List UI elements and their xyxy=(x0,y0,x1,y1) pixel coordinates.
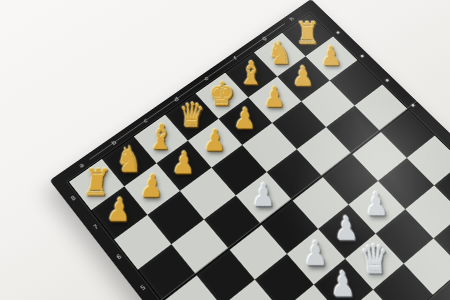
piece-gold-pawn[interactable]: ♟ xyxy=(139,171,165,202)
frame-rivet xyxy=(385,79,389,82)
piece-gold-rook[interactable]: ♜ xyxy=(295,18,321,48)
photo-stage: ♜♞♝♛♚♝♞♜♟♟♟♟♟♟♟♟♟♟♟♟♟♛ abcdefgh87654321 xyxy=(0,0,450,300)
frame-rivet xyxy=(360,54,364,57)
board-squares: ♜♞♝♛♚♝♞♜♟♟♟♟♟♟♟♟♟♟♟♟♟♛ xyxy=(69,13,450,300)
rank-label-7: 7 xyxy=(90,222,102,233)
piece-gold-knight[interactable]: ♞ xyxy=(114,141,145,177)
rank-label-8: 8 xyxy=(67,193,79,204)
piece-gold-pawn[interactable]: ♟ xyxy=(292,63,314,90)
piece-gold-pawn[interactable]: ♟ xyxy=(106,194,133,226)
piece-gold-king[interactable]: ♚ xyxy=(208,77,236,110)
piece-gold-pawn[interactable]: ♟ xyxy=(263,84,286,112)
piece-gold-pawn[interactable]: ♟ xyxy=(233,105,257,134)
frame-rivet xyxy=(336,31,340,34)
rank-label-6: 6 xyxy=(113,251,125,263)
piece-silver-pawn[interactable]: ♟ xyxy=(364,189,389,221)
rank-label-5: 5 xyxy=(137,282,150,294)
piece-gold-bishop[interactable]: ♝ xyxy=(238,57,265,89)
piece-gold-knight[interactable]: ♞ xyxy=(267,37,293,68)
piece-silver-pawn[interactable]: ♟ xyxy=(252,180,276,212)
piece-gold-pawn[interactable]: ♟ xyxy=(171,148,196,178)
frame-rivet xyxy=(411,104,415,108)
piece-silver-pawn[interactable]: ♟ xyxy=(304,237,329,271)
piece-gold-bishop[interactable]: ♝ xyxy=(146,119,176,154)
piece-silver-queen[interactable]: ♛ xyxy=(359,239,390,279)
chess-board: ♜♞♝♛♚♝♞♜♟♟♟♟♟♟♟♟♟♟♟♟♟♛ abcdefgh87654321 xyxy=(50,0,450,300)
piece-gold-queen[interactable]: ♛ xyxy=(177,98,206,132)
piece-silver-pawn[interactable]: ♟ xyxy=(334,213,359,246)
piece-gold-pawn[interactable]: ♟ xyxy=(203,126,227,156)
piece-silver-pawn[interactable]: ♟ xyxy=(330,267,356,300)
piece-gold-pawn[interactable]: ♟ xyxy=(320,43,343,70)
